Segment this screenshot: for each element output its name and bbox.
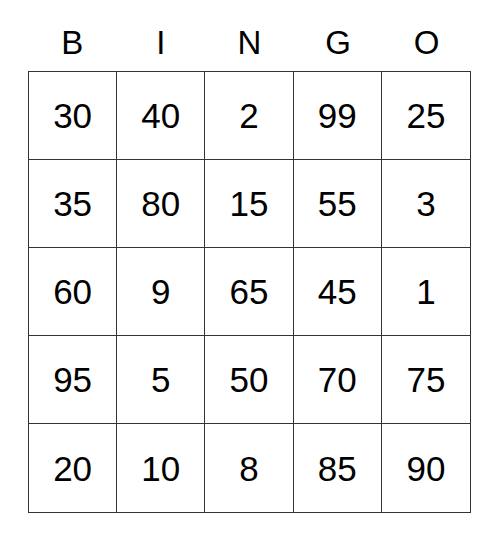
bingo-cell-r4c1[interactable]: 95 [29, 336, 117, 424]
bingo-cell-r5c1[interactable]: 20 [29, 424, 117, 512]
bingo-cell-r4c4[interactable]: 70 [294, 336, 382, 424]
bingo-cell-r2c5[interactable]: 3 [382, 160, 470, 248]
bingo-header-letter-b: B [28, 26, 117, 59]
bingo-cell-r3c5[interactable]: 1 [382, 248, 470, 336]
bingo-cell-r3c1[interactable]: 60 [29, 248, 117, 336]
bingo-cell-r1c2[interactable]: 40 [117, 72, 205, 160]
bingo-cell-r5c3[interactable]: 8 [205, 424, 293, 512]
bingo-header-letter-i: I [117, 26, 206, 59]
bingo-header-letter-o: O [382, 26, 471, 59]
bingo-cell-r5c2[interactable]: 10 [117, 424, 205, 512]
bingo-header-letter-g: G [294, 26, 383, 59]
bingo-cell-r5c4[interactable]: 85 [294, 424, 382, 512]
bingo-cell-r2c4[interactable]: 55 [294, 160, 382, 248]
bingo-cell-r1c5[interactable]: 25 [382, 72, 470, 160]
bingo-header-letter-n: N [205, 26, 294, 59]
bingo-cell-r1c4[interactable]: 99 [294, 72, 382, 160]
bingo-cell-r2c1[interactable]: 35 [29, 160, 117, 248]
bingo-cell-r1c1[interactable]: 30 [29, 72, 117, 160]
bingo-card: B I N G O 30 40 2 99 25 35 80 15 55 3 60… [0, 0, 500, 544]
bingo-cell-r2c2[interactable]: 80 [117, 160, 205, 248]
bingo-cell-r3c2[interactable]: 9 [117, 248, 205, 336]
bingo-cell-r4c5[interactable]: 75 [382, 336, 470, 424]
bingo-cell-r3c3[interactable]: 65 [205, 248, 293, 336]
bingo-header: B I N G O [28, 0, 471, 71]
bingo-board: 30 40 2 99 25 35 80 15 55 3 60 9 65 45 1… [28, 71, 471, 513]
bingo-cell-r2c3[interactable]: 15 [205, 160, 293, 248]
bingo-cell-r4c3[interactable]: 50 [205, 336, 293, 424]
bingo-cell-r5c5[interactable]: 90 [382, 424, 470, 512]
bingo-cell-r3c4[interactable]: 45 [294, 248, 382, 336]
bingo-cell-r4c2[interactable]: 5 [117, 336, 205, 424]
bingo-cell-r1c3[interactable]: 2 [205, 72, 293, 160]
